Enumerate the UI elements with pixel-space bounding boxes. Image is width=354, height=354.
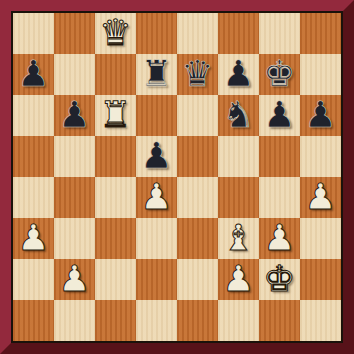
square-a4[interactable] (13, 177, 54, 218)
square-h8[interactable] (300, 13, 341, 54)
square-b3[interactable] (54, 218, 95, 259)
square-d6[interactable] (136, 95, 177, 136)
square-b4[interactable] (54, 177, 95, 218)
black-pawn-h6[interactable]: ♟ (304, 97, 336, 133)
square-f7[interactable]: ♟ (218, 54, 259, 95)
square-f8[interactable] (218, 13, 259, 54)
black-pawn-d5[interactable]: ♟ (140, 138, 172, 174)
square-e3[interactable] (177, 218, 218, 259)
square-d8[interactable] (136, 13, 177, 54)
square-d5[interactable]: ♟ (136, 136, 177, 177)
square-f3[interactable]: ♝ (218, 218, 259, 259)
square-c4[interactable] (95, 177, 136, 218)
square-e4[interactable] (177, 177, 218, 218)
square-c8[interactable]: ♛ (95, 13, 136, 54)
square-d7[interactable]: ♜ (136, 54, 177, 95)
white-queen-c8[interactable]: ♛ (99, 15, 131, 51)
white-rook-c6[interactable]: ♜ (99, 97, 131, 133)
board-inner-line: ♛♟♜♛♟♚♟♜♞♟♟♟♟♟♟♝♟♟♟♚ (11, 11, 343, 343)
square-a6[interactable] (13, 95, 54, 136)
square-f6[interactable]: ♞ (218, 95, 259, 136)
white-pawn-d4[interactable]: ♟ (140, 179, 172, 215)
square-h4[interactable]: ♟ (300, 177, 341, 218)
square-g2[interactable]: ♚ (259, 259, 300, 300)
square-a5[interactable] (13, 136, 54, 177)
square-g8[interactable] (259, 13, 300, 54)
white-pawn-h4[interactable]: ♟ (304, 179, 336, 215)
black-pawn-g6[interactable]: ♟ (263, 97, 295, 133)
square-e2[interactable] (177, 259, 218, 300)
square-d4[interactable]: ♟ (136, 177, 177, 218)
square-h5[interactable] (300, 136, 341, 177)
square-h7[interactable] (300, 54, 341, 95)
square-c3[interactable] (95, 218, 136, 259)
white-pawn-b2[interactable]: ♟ (58, 261, 90, 297)
square-g7[interactable]: ♚ (259, 54, 300, 95)
square-a3[interactable]: ♟ (13, 218, 54, 259)
square-e6[interactable] (177, 95, 218, 136)
square-h6[interactable]: ♟ (300, 95, 341, 136)
square-a7[interactable]: ♟ (13, 54, 54, 95)
square-g6[interactable]: ♟ (259, 95, 300, 136)
square-b6[interactable]: ♟ (54, 95, 95, 136)
square-d1[interactable] (136, 300, 177, 341)
square-b1[interactable] (54, 300, 95, 341)
square-d2[interactable] (136, 259, 177, 300)
white-pawn-f2[interactable]: ♟ (222, 261, 254, 297)
black-rook-d7[interactable]: ♜ (140, 56, 172, 92)
black-pawn-b6[interactable]: ♟ (58, 97, 90, 133)
square-e8[interactable] (177, 13, 218, 54)
black-king-g7[interactable]: ♚ (263, 56, 295, 92)
square-b5[interactable] (54, 136, 95, 177)
square-g3[interactable]: ♟ (259, 218, 300, 259)
black-knight-f6[interactable]: ♞ (222, 97, 254, 133)
square-c7[interactable] (95, 54, 136, 95)
square-a2[interactable] (13, 259, 54, 300)
square-g1[interactable] (259, 300, 300, 341)
square-g4[interactable] (259, 177, 300, 218)
square-f4[interactable] (218, 177, 259, 218)
square-b7[interactable] (54, 54, 95, 95)
square-e5[interactable] (177, 136, 218, 177)
square-g5[interactable] (259, 136, 300, 177)
square-e7[interactable]: ♛ (177, 54, 218, 95)
square-a1[interactable] (13, 300, 54, 341)
board-frame: ♛♟♜♛♟♚♟♜♞♟♟♟♟♟♟♝♟♟♟♚ (0, 0, 354, 354)
square-c6[interactable]: ♜ (95, 95, 136, 136)
chess-board: ♛♟♜♛♟♚♟♜♞♟♟♟♟♟♟♝♟♟♟♚ (13, 13, 341, 341)
square-c1[interactable] (95, 300, 136, 341)
black-queen-e7[interactable]: ♛ (181, 56, 213, 92)
white-pawn-a3[interactable]: ♟ (17, 220, 49, 256)
white-king-g2[interactable]: ♚ (263, 261, 295, 297)
square-d3[interactable] (136, 218, 177, 259)
square-a8[interactable] (13, 13, 54, 54)
square-h3[interactable] (300, 218, 341, 259)
square-c2[interactable] (95, 259, 136, 300)
square-c5[interactable] (95, 136, 136, 177)
square-f2[interactable]: ♟ (218, 259, 259, 300)
square-b2[interactable]: ♟ (54, 259, 95, 300)
white-pawn-g3[interactable]: ♟ (263, 220, 295, 256)
square-h2[interactable] (300, 259, 341, 300)
square-f1[interactable] (218, 300, 259, 341)
black-pawn-a7[interactable]: ♟ (17, 56, 49, 92)
square-e1[interactable] (177, 300, 218, 341)
black-pawn-f7[interactable]: ♟ (222, 56, 254, 92)
square-h1[interactable] (300, 300, 341, 341)
white-bishop-f3[interactable]: ♝ (222, 220, 254, 256)
square-f5[interactable] (218, 136, 259, 177)
square-b8[interactable] (54, 13, 95, 54)
